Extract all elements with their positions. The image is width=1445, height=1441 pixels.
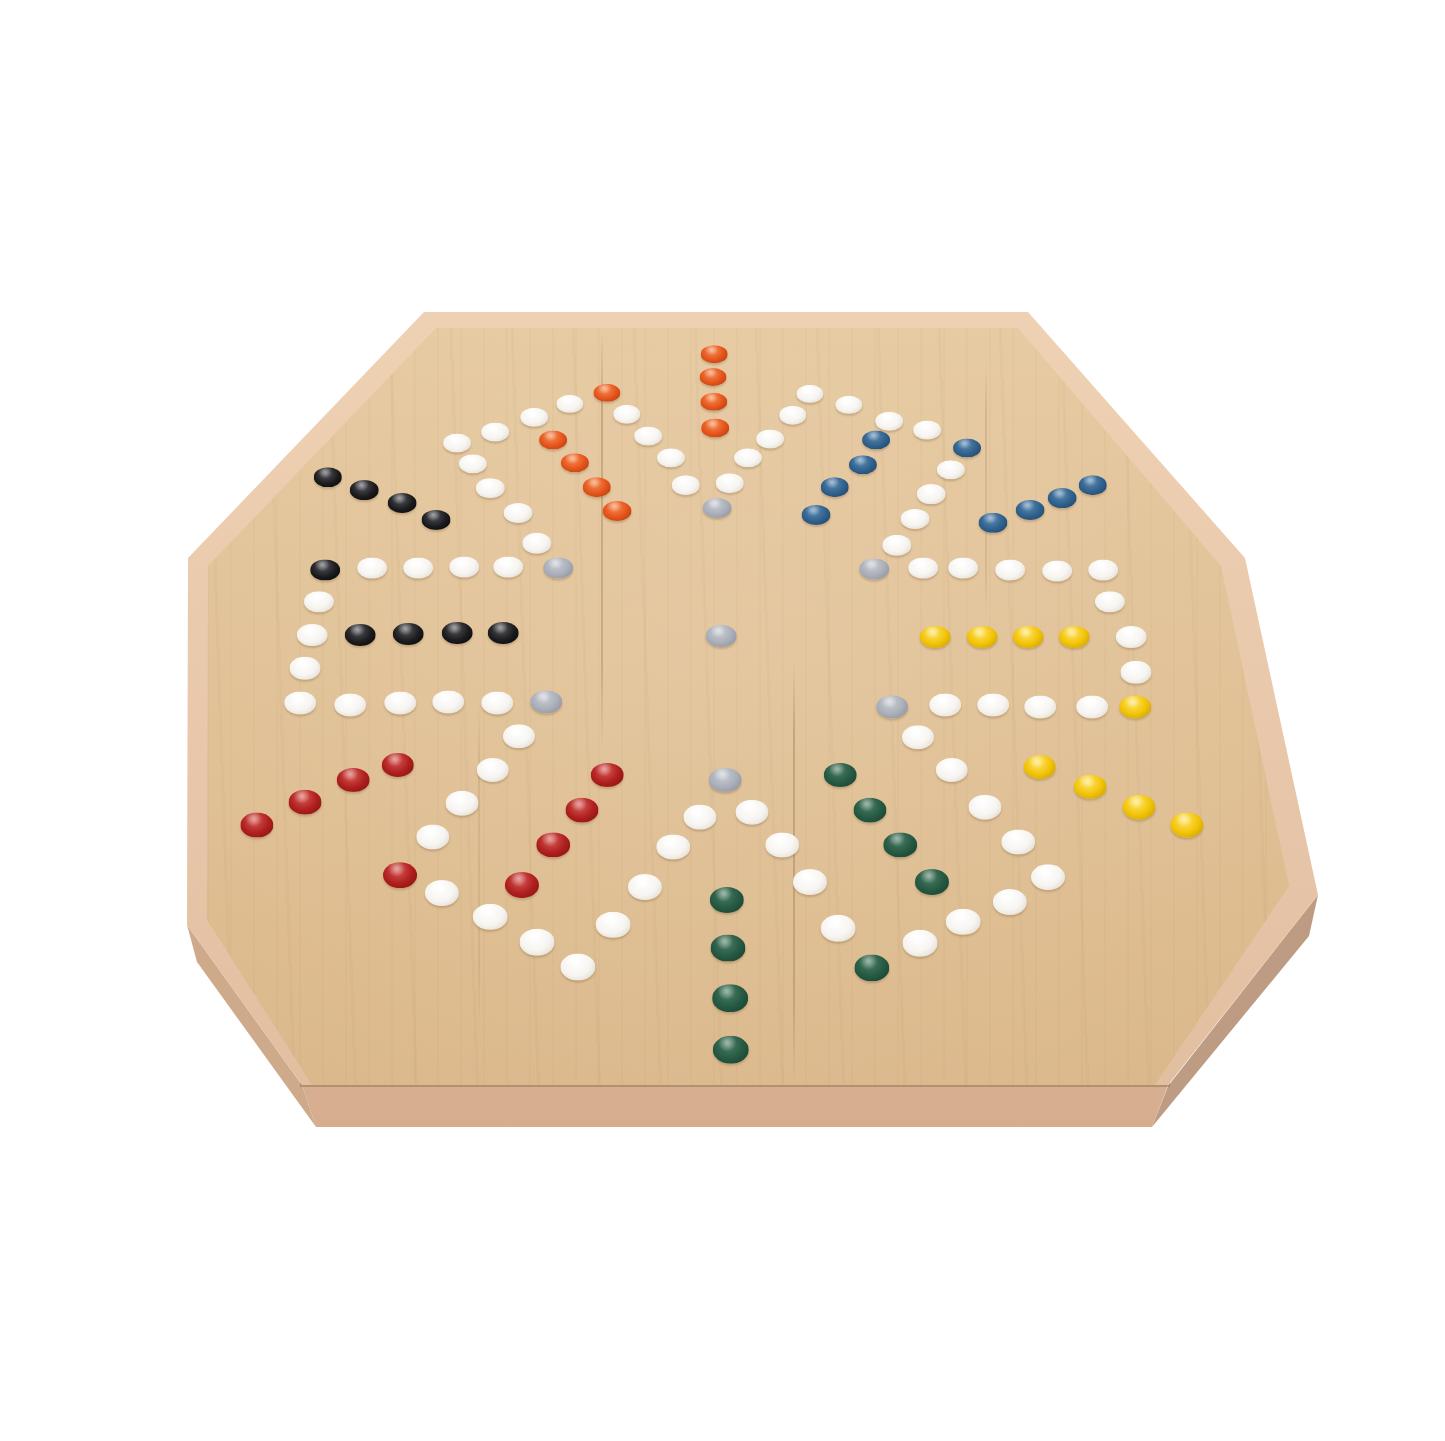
hole-track-15[interactable] <box>901 509 930 529</box>
hole-track-59[interactable] <box>297 624 328 646</box>
hole-track-28[interactable] <box>929 693 961 716</box>
hole-yellow-come-out[interactable] <box>1119 695 1151 718</box>
hole-track-17[interactable] <box>908 558 938 579</box>
hole-track-50[interactable] <box>446 791 479 816</box>
hole-track-11[interactable] <box>875 412 903 431</box>
hole-track-18[interactable] <box>948 558 978 579</box>
hole-track-70[interactable] <box>481 423 509 442</box>
hole-red-home-3[interactable] <box>536 832 570 857</box>
hole-yellow-home-2[interactable] <box>967 626 998 648</box>
hole-track-16[interactable] <box>882 535 911 556</box>
hole-track-5[interactable] <box>716 473 744 493</box>
hole-yellow-start-4[interactable] <box>1170 813 1203 838</box>
hole-red-come-out[interactable] <box>383 862 417 888</box>
hole-blue-start-3[interactable] <box>1016 500 1045 520</box>
hole-track-67[interactable] <box>476 478 505 498</box>
hole-blue-start-2[interactable] <box>1048 488 1077 508</box>
hole-yellow-start-2[interactable] <box>1074 775 1107 799</box>
hole-track-21[interactable] <box>1088 560 1118 581</box>
hole-blue-home-2[interactable] <box>849 455 877 474</box>
hole-track-51[interactable] <box>477 758 509 782</box>
hole-yellow-home-3[interactable] <box>1013 626 1044 648</box>
hole-red-start-4[interactable] <box>240 813 273 838</box>
hole-green-come-out[interactable] <box>854 954 889 981</box>
hole-track-65[interactable] <box>522 533 551 554</box>
hole-green-home-2[interactable] <box>853 798 886 823</box>
hole-track-39[interactable] <box>765 832 799 857</box>
hole-center[interactable] <box>706 625 737 647</box>
hole-red-home-4[interactable] <box>505 872 539 898</box>
hole-black-home-1[interactable] <box>345 624 376 646</box>
hole-yellow-home-1[interactable] <box>920 626 951 648</box>
hole-orange-start-4[interactable] <box>701 419 729 438</box>
hole-blue-start-4[interactable] <box>979 513 1008 533</box>
hole-track-42[interactable] <box>656 834 690 859</box>
hole-track-38[interactable] <box>793 869 827 895</box>
hole-track-30[interactable] <box>936 758 968 782</box>
hole-track-46[interactable] <box>520 929 555 956</box>
hole-shortcut-sw[interactable] <box>530 690 562 713</box>
hole-track-8[interactable] <box>779 406 806 425</box>
hole-track-68[interactable] <box>459 454 487 473</box>
hole-track-58[interactable] <box>289 657 320 680</box>
hole-blue-home-3[interactable] <box>821 477 849 497</box>
hole-track-13[interactable] <box>937 460 965 479</box>
hole-track-35[interactable] <box>946 909 981 935</box>
hole-track-60[interactable] <box>304 591 334 612</box>
hole-black-start-1[interactable] <box>314 467 342 487</box>
hole-track-26[interactable] <box>1024 695 1056 718</box>
hole-orange-home-4[interactable] <box>603 501 632 521</box>
hole-track-14[interactable] <box>917 484 946 504</box>
hole-black-home-2[interactable] <box>393 623 424 645</box>
hole-track-31[interactable] <box>969 795 1002 820</box>
hole-track-61[interactable] <box>357 558 387 579</box>
hole-track-69[interactable] <box>443 433 471 452</box>
hole-track-52[interactable] <box>503 724 535 748</box>
hole-orange-home-3[interactable] <box>583 477 611 497</box>
hole-track-48[interactable] <box>425 880 459 906</box>
hole-red-start-2[interactable] <box>337 768 370 792</box>
hole-green-start-3[interactable] <box>712 984 748 1012</box>
hole-track-20[interactable] <box>1042 561 1072 582</box>
hole-red-start-3[interactable] <box>289 790 322 815</box>
hole-black-home-3[interactable] <box>442 622 473 644</box>
hole-orange-home-1[interactable] <box>539 431 567 450</box>
hole-shortcut-ne[interactable] <box>859 559 889 580</box>
hole-orange-start-2[interactable] <box>700 368 727 386</box>
hole-orange-home-2[interactable] <box>561 453 589 472</box>
hole-track-40[interactable] <box>735 800 768 825</box>
hole-track-33[interactable] <box>1031 864 1065 890</box>
hole-track-55[interactable] <box>384 691 416 714</box>
hole-orange-start-1[interactable] <box>701 345 728 363</box>
holes-layer <box>0 0 1445 1441</box>
hole-green-start-4[interactable] <box>713 1036 749 1064</box>
hole-black-start-2[interactable] <box>350 480 379 500</box>
hole-orange-come-out[interactable] <box>593 384 620 402</box>
hole-shortcut-s[interactable] <box>709 768 742 792</box>
hole-track-63[interactable] <box>449 557 479 578</box>
hole-track-34[interactable] <box>993 889 1027 915</box>
hole-yellow-start-1[interactable] <box>1024 755 1056 779</box>
hole-track-10[interactable] <box>835 396 862 414</box>
hole-track-23[interactable] <box>1116 626 1147 648</box>
hole-track-27[interactable] <box>977 693 1009 716</box>
hole-track-62[interactable] <box>403 558 433 579</box>
hole-green-home-1[interactable] <box>824 763 857 787</box>
hole-yellow-home-4[interactable] <box>1059 626 1090 648</box>
hole-shortcut-n[interactable] <box>703 498 732 518</box>
hole-track-71[interactable] <box>520 408 548 427</box>
hole-track-57[interactable] <box>284 691 316 714</box>
hole-track-47[interactable] <box>473 904 508 930</box>
hole-track-19[interactable] <box>995 560 1025 581</box>
photo-canvas <box>0 0 1445 1441</box>
hole-track-37[interactable] <box>821 915 856 942</box>
hole-track-4[interactable] <box>672 475 700 495</box>
hole-orange-start-3[interactable] <box>700 393 727 411</box>
hole-track-41[interactable] <box>683 805 716 830</box>
hole-track-56[interactable] <box>334 693 366 716</box>
hole-black-start-4[interactable] <box>422 510 451 530</box>
hole-blue-start-1[interactable] <box>1079 475 1107 495</box>
hole-red-home-1[interactable] <box>591 763 624 787</box>
hole-track-12[interactable] <box>913 421 941 440</box>
hole-track-29[interactable] <box>902 725 934 749</box>
hole-track-45[interactable] <box>560 953 595 980</box>
hole-black-start-3[interactable] <box>388 493 417 513</box>
hole-blue-home-4[interactable] <box>802 505 831 525</box>
hole-green-start-1[interactable] <box>710 887 744 913</box>
hole-track-54[interactable] <box>432 690 464 713</box>
hole-track-7[interactable] <box>756 430 784 449</box>
hole-track-22[interactable] <box>1095 591 1125 612</box>
hole-green-start-2[interactable] <box>711 935 746 962</box>
hole-track-32[interactable] <box>1001 829 1035 854</box>
hole-track-1[interactable] <box>613 405 640 424</box>
hole-blue-come-out[interactable] <box>953 438 981 457</box>
hole-track-36[interactable] <box>903 930 938 957</box>
hole-track-2[interactable] <box>634 427 662 446</box>
hole-track-53[interactable] <box>481 691 513 714</box>
hole-yellow-start-3[interactable] <box>1123 795 1156 820</box>
game-board <box>0 0 1445 1441</box>
hole-shortcut-se[interactable] <box>876 695 908 718</box>
hole-green-home-4[interactable] <box>915 869 949 895</box>
hole-track-64[interactable] <box>493 557 523 578</box>
hole-black-come-out[interactable] <box>310 560 340 581</box>
hole-green-home-3[interactable] <box>883 832 917 857</box>
hole-shortcut-nw[interactable] <box>543 558 573 579</box>
hole-track-6[interactable] <box>734 448 762 467</box>
hole-track-72[interactable] <box>556 395 583 413</box>
hole-track-9[interactable] <box>796 385 823 403</box>
hole-track-66[interactable] <box>504 503 533 523</box>
hole-track-49[interactable] <box>416 824 449 849</box>
hole-red-home-2[interactable] <box>565 798 598 823</box>
hole-red-start-1[interactable] <box>382 753 414 777</box>
hole-track-44[interactable] <box>596 912 631 938</box>
hole-track-24[interactable] <box>1120 661 1151 684</box>
hole-track-3[interactable] <box>657 448 685 467</box>
hole-black-home-4[interactable] <box>488 622 519 644</box>
hole-blue-home-1[interactable] <box>862 431 890 450</box>
hole-track-43[interactable] <box>628 874 662 900</box>
hole-track-25[interactable] <box>1076 695 1108 718</box>
